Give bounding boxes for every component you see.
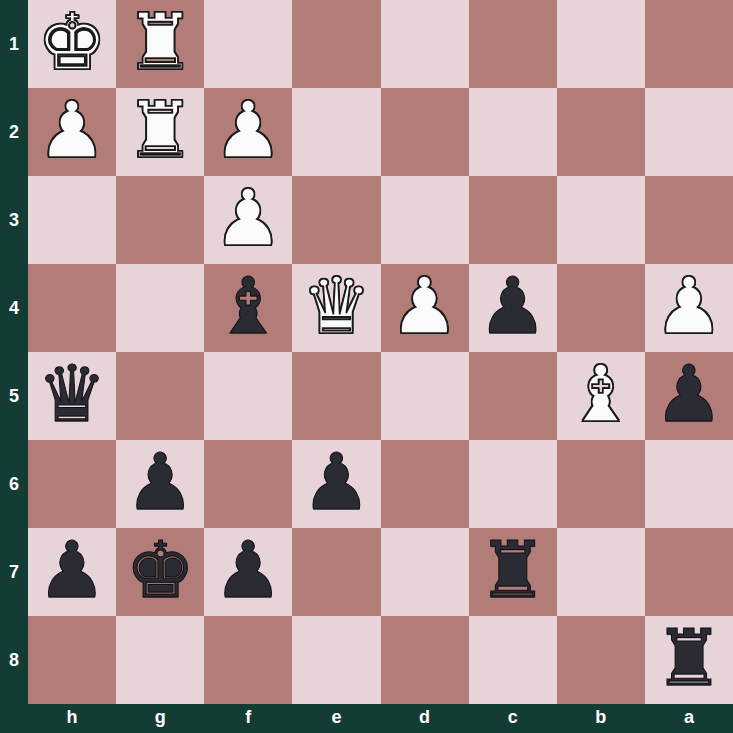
piece-black-pawn[interactable]: ♟ — [645, 352, 733, 440]
square-d7[interactable] — [381, 528, 469, 616]
square-g6[interactable]: ♟ — [116, 440, 204, 528]
square-e2[interactable] — [292, 88, 380, 176]
piece-white-pawn[interactable]: ♟ — [645, 264, 733, 352]
square-g4[interactable] — [116, 264, 204, 352]
square-a1[interactable] — [645, 0, 733, 88]
rank-labels: 12345678 — [0, 0, 28, 704]
square-h4[interactable] — [28, 264, 116, 352]
square-d2[interactable] — [381, 88, 469, 176]
square-h2[interactable]: ♟ — [28, 88, 116, 176]
rank-label-5: 5 — [0, 352, 28, 440]
square-e5[interactable] — [292, 352, 380, 440]
rank-label-6: 6 — [0, 440, 28, 528]
piece-white-rook[interactable]: ♜ — [116, 88, 204, 176]
square-f4[interactable]: ♝ — [204, 264, 292, 352]
piece-white-pawn[interactable]: ♟ — [204, 88, 292, 176]
square-c1[interactable] — [469, 0, 557, 88]
square-a2[interactable] — [645, 88, 733, 176]
square-e7[interactable] — [292, 528, 380, 616]
square-c6[interactable] — [469, 440, 557, 528]
square-a8[interactable]: ♜ — [645, 616, 733, 704]
piece-white-pawn[interactable]: ♟ — [204, 176, 292, 264]
square-d5[interactable] — [381, 352, 469, 440]
square-h1[interactable]: ♚ — [28, 0, 116, 88]
square-h7[interactable]: ♟ — [28, 528, 116, 616]
rank-label-3: 3 — [0, 176, 28, 264]
square-d4[interactable]: ♟ — [381, 264, 469, 352]
piece-white-rook[interactable]: ♜ — [116, 0, 204, 88]
square-f3[interactable]: ♟ — [204, 176, 292, 264]
file-label-g: g — [116, 704, 204, 733]
square-g1[interactable]: ♜ — [116, 0, 204, 88]
piece-black-queen[interactable]: ♛ — [28, 352, 116, 440]
piece-black-rook[interactable]: ♜ — [469, 528, 557, 616]
square-b5[interactable]: ♝ — [557, 352, 645, 440]
file-label-c: c — [469, 704, 557, 733]
rank-label-4: 4 — [0, 264, 28, 352]
square-b4[interactable] — [557, 264, 645, 352]
square-g7[interactable]: ♚ — [116, 528, 204, 616]
square-d8[interactable] — [381, 616, 469, 704]
square-c7[interactable]: ♜ — [469, 528, 557, 616]
square-c4[interactable]: ♟ — [469, 264, 557, 352]
file-labels: hgfedcba — [28, 704, 733, 733]
square-a4[interactable]: ♟ — [645, 264, 733, 352]
piece-black-pawn[interactable]: ♟ — [116, 440, 204, 528]
square-h5[interactable]: ♛ — [28, 352, 116, 440]
square-h3[interactable] — [28, 176, 116, 264]
rank-label-2: 2 — [0, 88, 28, 176]
rank-label-1: 1 — [0, 0, 28, 88]
piece-black-pawn[interactable]: ♟ — [292, 440, 380, 528]
square-g8[interactable] — [116, 616, 204, 704]
square-g3[interactable] — [116, 176, 204, 264]
square-a3[interactable] — [645, 176, 733, 264]
piece-white-pawn[interactable]: ♟ — [28, 88, 116, 176]
piece-white-king[interactable]: ♚ — [28, 0, 116, 88]
square-c8[interactable] — [469, 616, 557, 704]
square-f2[interactable]: ♟ — [204, 88, 292, 176]
square-c2[interactable] — [469, 88, 557, 176]
square-f8[interactable] — [204, 616, 292, 704]
square-b1[interactable] — [557, 0, 645, 88]
square-e4[interactable]: ♛ — [292, 264, 380, 352]
file-label-a: a — [645, 704, 733, 733]
rank-label-7: 7 — [0, 528, 28, 616]
square-g5[interactable] — [116, 352, 204, 440]
square-f7[interactable]: ♟ — [204, 528, 292, 616]
file-label-e: e — [292, 704, 380, 733]
square-c3[interactable] — [469, 176, 557, 264]
piece-white-queen[interactable]: ♛ — [292, 264, 380, 352]
square-c5[interactable] — [469, 352, 557, 440]
square-e8[interactable] — [292, 616, 380, 704]
square-b6[interactable] — [557, 440, 645, 528]
square-d3[interactable] — [381, 176, 469, 264]
piece-black-pawn[interactable]: ♟ — [28, 528, 116, 616]
square-f6[interactable] — [204, 440, 292, 528]
square-b7[interactable] — [557, 528, 645, 616]
piece-black-pawn[interactable]: ♟ — [469, 264, 557, 352]
square-h6[interactable] — [28, 440, 116, 528]
square-e1[interactable] — [292, 0, 380, 88]
square-b2[interactable] — [557, 88, 645, 176]
chess-board: ♚♜♟♜♟♟♝♛♟♟♟♛♝♟♟♟♟♚♟♜♜ — [28, 0, 733, 704]
square-b8[interactable] — [557, 616, 645, 704]
square-b3[interactable] — [557, 176, 645, 264]
square-h8[interactable] — [28, 616, 116, 704]
piece-black-bishop[interactable]: ♝ — [204, 264, 292, 352]
file-label-b: b — [557, 704, 645, 733]
square-d6[interactable] — [381, 440, 469, 528]
file-label-h: h — [28, 704, 116, 733]
file-label-d: d — [381, 704, 469, 733]
file-label-f: f — [204, 704, 292, 733]
square-e3[interactable] — [292, 176, 380, 264]
square-f5[interactable] — [204, 352, 292, 440]
piece-black-pawn[interactable]: ♟ — [204, 528, 292, 616]
square-a7[interactable] — [645, 528, 733, 616]
square-f1[interactable] — [204, 0, 292, 88]
piece-white-bishop[interactable]: ♝ — [557, 352, 645, 440]
square-a5[interactable]: ♟ — [645, 352, 733, 440]
rank-label-8: 8 — [0, 616, 28, 704]
square-d1[interactable] — [381, 0, 469, 88]
piece-black-king[interactable]: ♚ — [116, 528, 204, 616]
square-a6[interactable] — [645, 440, 733, 528]
square-g2[interactable]: ♜ — [116, 88, 204, 176]
square-e6[interactable]: ♟ — [292, 440, 380, 528]
chess-board-app: 12345678 ♚♜♟♜♟♟♝♛♟♟♟♛♝♟♟♟♟♚♟♜♜ hgfedcba — [0, 0, 733, 733]
piece-white-pawn[interactable]: ♟ — [381, 264, 469, 352]
piece-black-rook[interactable]: ♜ — [645, 616, 733, 704]
